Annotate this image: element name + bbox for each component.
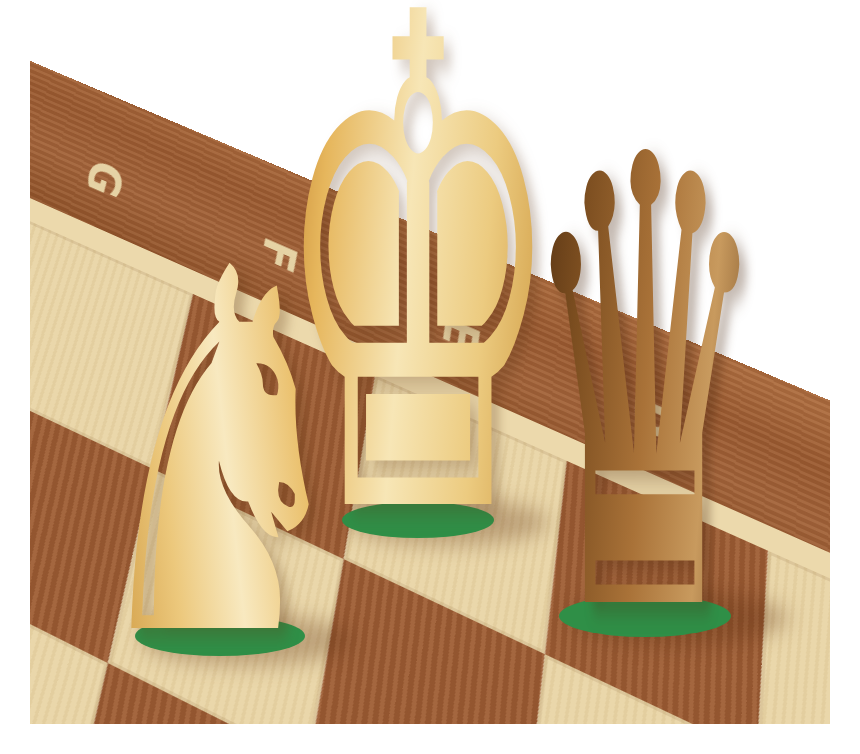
white-knight-piece: ♞ bbox=[81, 260, 359, 650]
black-queen-piece: ♛ bbox=[520, 146, 770, 630]
chess-photo: HGFED ♚ ♛ ♞ bbox=[0, 0, 860, 754]
